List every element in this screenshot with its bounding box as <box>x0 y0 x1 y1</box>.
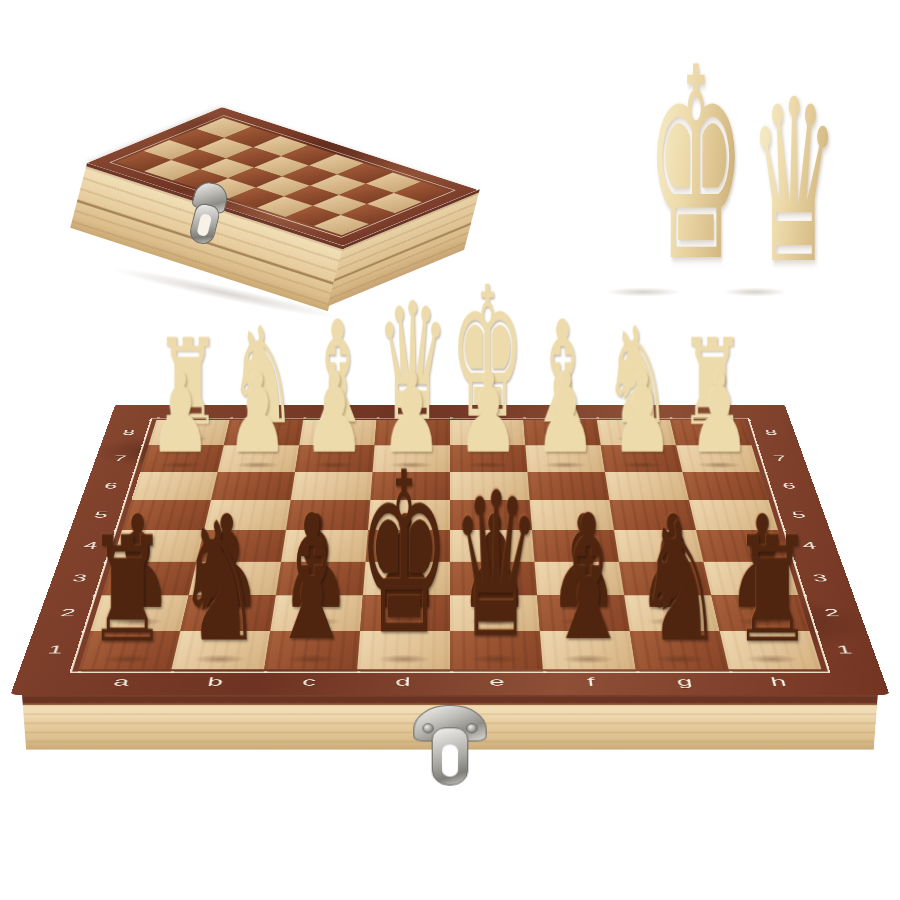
square-a7[interactable]: ♟ <box>140 445 224 472</box>
file-label: h <box>729 672 828 692</box>
light-pawn-b7[interactable]: ♟ <box>227 361 289 466</box>
light-pawn-h7[interactable]: ♟ <box>689 361 751 466</box>
light-pawn-a7[interactable]: ♟ <box>150 361 212 466</box>
dark-bishop-c1[interactable]: ♝ <box>269 496 354 660</box>
rank-label: 7 <box>759 445 802 472</box>
file-label: f <box>543 672 639 692</box>
board-clasp-latch-icon <box>406 705 494 798</box>
file-label: d <box>355 672 450 692</box>
dark-rook-h1[interactable]: ♜ <box>732 522 813 661</box>
file-label: g <box>636 672 734 692</box>
screw-icon <box>422 723 434 733</box>
light-pawn-g7[interactable]: ♟ <box>612 361 674 466</box>
square-g7[interactable]: ♟ <box>601 445 683 472</box>
square-h7[interactable]: ♟ <box>676 445 760 472</box>
square-c1[interactable]: ♝ <box>264 631 360 669</box>
dark-king-d1[interactable]: ♚ <box>358 449 450 660</box>
chess-board: ♜♞♝♛♚♝♞♜♟♟♟♟♟♟♟♟♟♟♟♟♟♟♟♟♜♞♝♚♛♝♞♜ 8765432… <box>10 405 889 695</box>
file-label: e <box>450 672 545 692</box>
board-frame: ♜♞♝♛♚♝♞♜♟♟♟♟♟♟♟♟♟♟♟♟♟♟♟♟♜♞♝♚♛♝♞♜ 8765432… <box>10 405 889 695</box>
light-pawn-c7[interactable]: ♟ <box>304 361 366 466</box>
file-labels-bottom: abcdefgh <box>72 672 829 692</box>
square-g1[interactable]: ♞ <box>630 631 729 669</box>
dark-queen-e1[interactable]: ♛ <box>451 470 541 660</box>
square-b7[interactable]: ♟ <box>218 445 300 472</box>
dark-bishop-f1[interactable]: ♝ <box>546 496 631 660</box>
product-photo: ♚ ♛ ♜♞♝♛♚♝♞♜♟♟♟♟♟♟♟♟♟♟♟♟♟♟♟♟♜♞♝♚♛♝♞♜ 876… <box>0 0 900 900</box>
board-scene: ♜♞♝♛♚♝♞♜♟♟♟♟♟♟♟♟♟♟♟♟♟♟♟♟♜♞♝♚♛♝♞♜ 8765432… <box>10 150 890 900</box>
square-h1[interactable]: ♜ <box>720 631 822 669</box>
square-b1[interactable]: ♞ <box>171 631 270 669</box>
dark-rook-a1[interactable]: ♜ <box>87 522 168 661</box>
square-d1[interactable]: ♚ <box>357 631 450 669</box>
board-front-edge <box>22 695 878 750</box>
rank-label: 8 <box>751 420 792 445</box>
light-pawn-f7[interactable]: ♟ <box>535 361 597 466</box>
latch-loop <box>432 727 469 785</box>
square-f1[interactable]: ♝ <box>540 631 636 669</box>
file-label: c <box>261 672 357 692</box>
board-grid: ♜♞♝♛♚♝♞♜♟♟♟♟♟♟♟♟♟♟♟♟♟♟♟♟♜♞♝♚♛♝♞♜ <box>79 420 822 669</box>
file-label: b <box>166 672 264 692</box>
dark-knight-g1[interactable]: ♞ <box>638 505 723 661</box>
square-a1[interactable]: ♜ <box>79 631 181 669</box>
screw-icon <box>466 723 478 733</box>
file-label: a <box>72 672 171 692</box>
dark-knight-b1[interactable]: ♞ <box>177 505 262 661</box>
square-e1[interactable]: ♛ <box>450 631 543 669</box>
